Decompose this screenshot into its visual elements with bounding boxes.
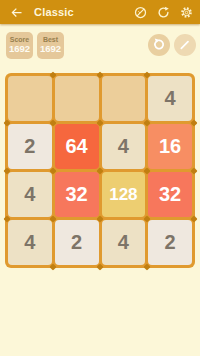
score-value: 1692: [9, 44, 30, 55]
tile-32: 32: [148, 172, 192, 217]
app-screen: Classic Score 1692: [0, 0, 200, 356]
tile-32: 32: [55, 172, 99, 217]
best-value: 1692: [40, 44, 61, 55]
back-arrow-icon: [9, 5, 24, 20]
gear-icon: [179, 5, 194, 20]
tile-2: 2: [55, 220, 99, 265]
pencil-icon: [177, 37, 193, 53]
tile-2: 2: [148, 220, 192, 265]
empty-cell: [102, 76, 146, 121]
tile-4: 4: [148, 76, 192, 121]
undo-icon: [151, 37, 167, 53]
tile-4: 4: [102, 220, 146, 265]
undo-button[interactable]: [148, 34, 170, 56]
tile-128: 128: [102, 172, 146, 217]
tile-4: 4: [8, 172, 52, 217]
score-bar: Score 1692 Best 1692: [0, 24, 200, 66]
tile-4: 4: [8, 220, 52, 265]
no-ads-icon: [133, 5, 148, 20]
edit-button[interactable]: [174, 34, 196, 56]
empty-cell: [55, 76, 99, 121]
no-ads-button[interactable]: [133, 5, 148, 20]
tile-16: 16: [148, 124, 192, 169]
score-badge: Score 1692: [6, 32, 33, 59]
settings-button[interactable]: [179, 5, 194, 20]
restart-button[interactable]: [156, 5, 171, 20]
game-board[interactable]: 4264416432128324242: [5, 73, 195, 268]
tile-64: 64: [55, 124, 99, 169]
empty-cell: [8, 76, 52, 121]
best-badge: Best 1692: [37, 32, 64, 59]
page-title: Classic: [34, 6, 74, 18]
app-bar: Classic: [0, 0, 200, 24]
back-button[interactable]: [8, 4, 24, 20]
restart-icon: [156, 5, 171, 20]
tile-2: 2: [8, 124, 52, 169]
tile-4: 4: [102, 124, 146, 169]
